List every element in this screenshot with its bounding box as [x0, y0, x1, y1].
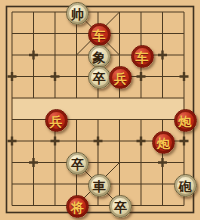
- intersection-c3-r7[interactable]: 卒: [66, 152, 88, 174]
- intersection-c8-r3[interactable]: [173, 66, 195, 88]
- piece-glyph: 车: [93, 29, 106, 42]
- intersection-c6-r4[interactable]: [130, 87, 152, 109]
- piece-ivory-soldier-2[interactable]: 卒: [66, 152, 89, 175]
- piece-glyph: 炮: [157, 136, 170, 149]
- intersection-c6-r5[interactable]: [130, 109, 152, 131]
- intersection-c0-r7[interactable]: [1, 152, 23, 174]
- piece-glyph: 车: [136, 50, 149, 63]
- intersection-c3-r6[interactable]: [66, 130, 88, 152]
- piece-red-chariot-1[interactable]: 车: [88, 23, 111, 46]
- intersection-c7-r9[interactable]: [152, 195, 174, 217]
- intersection-c2-r0[interactable]: [44, 1, 66, 23]
- piece-glyph: 車: [93, 179, 106, 192]
- intersection-c4-r6[interactable]: [87, 130, 109, 152]
- piece-ivory-cannon[interactable]: 砲: [174, 174, 197, 197]
- intersection-c4-r0[interactable]: [87, 1, 109, 23]
- piece-glyph: 将: [71, 201, 84, 214]
- intersection-c1-r4[interactable]: [23, 87, 45, 109]
- intersection-c7-r7[interactable]: [152, 152, 174, 174]
- intersection-c8-r7[interactable]: [173, 152, 195, 174]
- intersection-c1-r2[interactable]: [23, 44, 45, 66]
- intersection-c1-r8[interactable]: [23, 173, 45, 195]
- intersection-c1-r1[interactable]: [23, 23, 45, 45]
- piece-glyph: 兵: [50, 115, 63, 128]
- intersection-c4-r4[interactable]: [87, 87, 109, 109]
- intersection-c5-r4[interactable]: [109, 87, 131, 109]
- intersection-c7-r1[interactable]: [152, 23, 174, 45]
- piece-ivory-elephant[interactable]: 象: [88, 45, 111, 68]
- intersection-c1-r5[interactable]: [23, 109, 45, 131]
- piece-glyph: 卒: [71, 158, 84, 171]
- intersection-c3-r5[interactable]: [66, 109, 88, 131]
- intersection-c5-r3[interactable]: 兵: [109, 66, 131, 88]
- intersection-c3-r1[interactable]: [66, 23, 88, 45]
- intersection-c7-r6[interactable]: 炮: [152, 130, 174, 152]
- intersection-c4-r5[interactable]: [87, 109, 109, 131]
- intersection-c7-r8[interactable]: [152, 173, 174, 195]
- piece-glyph: 象: [93, 50, 106, 63]
- intersection-c6-r8[interactable]: [130, 173, 152, 195]
- piece-red-general[interactable]: 将: [66, 195, 89, 218]
- intersection-c6-r7[interactable]: [130, 152, 152, 174]
- intersection-c4-r8[interactable]: 車: [87, 173, 109, 195]
- intersection-c3-r3[interactable]: [66, 66, 88, 88]
- intersection-c8-r4[interactable]: [173, 87, 195, 109]
- intersection-c6-r2[interactable]: 车: [130, 44, 152, 66]
- intersection-c7-r2[interactable]: [152, 44, 174, 66]
- intersection-c8-r8[interactable]: 砲: [173, 173, 195, 195]
- intersection-c1-r0[interactable]: [23, 1, 45, 23]
- intersection-c7-r5[interactable]: [152, 109, 174, 131]
- intersection-c6-r6[interactable]: [130, 130, 152, 152]
- intersection-c3-r0[interactable]: 帅: [66, 1, 88, 23]
- intersection-c0-r6[interactable]: [1, 130, 23, 152]
- intersection-c5-r5[interactable]: [109, 109, 131, 131]
- intersection-c8-r2[interactable]: [173, 44, 195, 66]
- intersection-c5-r6[interactable]: [109, 130, 131, 152]
- piece-glyph: 卒: [114, 201, 127, 214]
- intersection-c6-r9[interactable]: [130, 195, 152, 217]
- intersection-c0-r2[interactable]: [1, 44, 23, 66]
- intersection-c8-r6[interactable]: [173, 130, 195, 152]
- intersection-c5-r7[interactable]: [109, 152, 131, 174]
- intersection-c2-r9[interactable]: [44, 195, 66, 217]
- intersection-c0-r9[interactable]: [1, 195, 23, 217]
- piece-red-cannon-2[interactable]: 炮: [152, 131, 175, 154]
- intersection-c4-r2[interactable]: 象: [87, 44, 109, 66]
- piece-glyph: 炮: [179, 115, 192, 128]
- intersection-c2-r2[interactable]: [44, 44, 66, 66]
- intersection-c5-r1[interactable]: [109, 23, 131, 45]
- intersection-c2-r5[interactable]: 兵: [44, 109, 66, 131]
- intersection-c5-r9[interactable]: 卒: [109, 195, 131, 217]
- intersection-c4-r1[interactable]: 车: [87, 23, 109, 45]
- piece-glyph: 砲: [179, 179, 192, 192]
- piece-red-soldier-2[interactable]: 兵: [45, 109, 68, 132]
- intersection-c7-r4[interactable]: [152, 87, 174, 109]
- board-intersections: 帅车象车卒兵兵炮炮卒車砲将卒: [1, 1, 195, 216]
- intersection-c4-r7[interactable]: [87, 152, 109, 174]
- intersection-c2-r8[interactable]: [44, 173, 66, 195]
- intersection-c2-r6[interactable]: [44, 130, 66, 152]
- intersection-c0-r8[interactable]: [1, 173, 23, 195]
- intersection-c5-r2[interactable]: [109, 44, 131, 66]
- intersection-c3-r4[interactable]: [66, 87, 88, 109]
- intersection-c2-r1[interactable]: [44, 23, 66, 45]
- piece-glyph: 帅: [71, 7, 84, 20]
- intersection-c4-r9[interactable]: [87, 195, 109, 217]
- piece-glyph: 兵: [114, 72, 127, 85]
- xiangqi-board: 帅车象车卒兵兵炮炮卒車砲将卒: [0, 0, 200, 220]
- piece-red-soldier-1[interactable]: 兵: [109, 66, 132, 89]
- intersection-c5-r8[interactable]: [109, 173, 131, 195]
- intersection-c0-r3[interactable]: [1, 66, 23, 88]
- intersection-c6-r3[interactable]: [130, 66, 152, 88]
- intersection-c1-r3[interactable]: [23, 66, 45, 88]
- intersection-c2-r4[interactable]: [44, 87, 66, 109]
- intersection-c1-r6[interactable]: [23, 130, 45, 152]
- intersection-c8-r1[interactable]: [173, 23, 195, 45]
- intersection-c4-r3[interactable]: 卒: [87, 66, 109, 88]
- intersection-c1-r7[interactable]: [23, 152, 45, 174]
- intersection-c3-r2[interactable]: [66, 44, 88, 66]
- piece-red-chariot-2[interactable]: 车: [131, 45, 154, 68]
- intersection-c2-r7[interactable]: [44, 152, 66, 174]
- intersection-c0-r5[interactable]: [1, 109, 23, 131]
- piece-glyph: 卒: [93, 72, 106, 85]
- intersection-c8-r5[interactable]: 炮: [173, 109, 195, 131]
- intersection-c8-r9[interactable]: [173, 195, 195, 217]
- intersection-c7-r0[interactable]: [152, 1, 174, 23]
- piece-ivory-general[interactable]: 帅: [66, 2, 89, 25]
- intersection-c0-r1[interactable]: [1, 23, 23, 45]
- intersection-c0-r0[interactable]: [1, 1, 23, 23]
- intersection-c7-r3[interactable]: [152, 66, 174, 88]
- intersection-c5-r0[interactable]: [109, 1, 131, 23]
- piece-red-cannon-1[interactable]: 炮: [174, 109, 197, 132]
- piece-ivory-soldier-3[interactable]: 卒: [109, 195, 132, 218]
- intersection-c6-r0[interactable]: [130, 1, 152, 23]
- intersection-c0-r4[interactable]: [1, 87, 23, 109]
- intersection-c8-r0[interactable]: [173, 1, 195, 23]
- intersection-c2-r3[interactable]: [44, 66, 66, 88]
- intersection-c6-r1[interactable]: [130, 23, 152, 45]
- intersection-c1-r9[interactable]: [23, 195, 45, 217]
- piece-ivory-chariot[interactable]: 車: [88, 174, 111, 197]
- piece-ivory-soldier-1[interactable]: 卒: [88, 66, 111, 89]
- intersection-c3-r8[interactable]: [66, 173, 88, 195]
- intersection-c3-r9[interactable]: 将: [66, 195, 88, 217]
